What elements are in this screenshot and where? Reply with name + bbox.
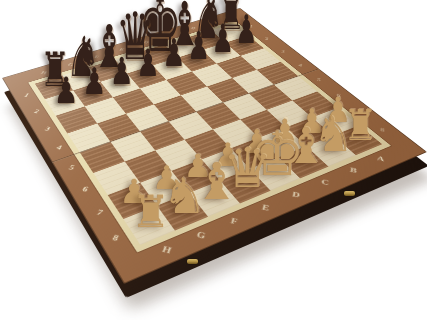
file-label-near-C: C xyxy=(321,179,329,187)
rank-label-right-3: 3 xyxy=(281,49,286,53)
chessboard-photo: 1122334455667788HHGGFFEEDDCCBBAA ♜♞♝♚♛♝♞… xyxy=(0,0,427,320)
rank-label-left-2: 2 xyxy=(33,109,41,115)
rank-label-left-3: 3 xyxy=(43,126,51,132)
rank-label-right-8: 8 xyxy=(380,127,385,133)
file-label-near-E: E xyxy=(261,204,270,213)
piece-black-pawn-g2: ♟ xyxy=(82,63,106,100)
rank-label-left-8: 8 xyxy=(111,234,120,243)
rank-label-right-2: 2 xyxy=(264,37,269,41)
piece-black-pawn-b2: ♟ xyxy=(212,19,235,58)
piece-black-pawn-c2: ♟ xyxy=(187,27,210,66)
piece-black-pawn-d2: ♟ xyxy=(162,36,185,74)
rank-label-left-6: 6 xyxy=(81,186,89,194)
piece-black-pawn-h2: ♟ xyxy=(54,72,79,108)
rank-label-right-4: 4 xyxy=(298,63,303,67)
file-label-near-A: A xyxy=(377,155,385,163)
rank-label-left-1: 1 xyxy=(23,93,31,99)
brass-latch-1 xyxy=(187,259,198,264)
file-label-near-G: G xyxy=(195,231,206,241)
piece-black-pawn-a2: ♟ xyxy=(235,11,257,51)
file-label-near-D: D xyxy=(291,191,300,200)
file-label-near-F: F xyxy=(230,217,239,226)
rank-label-left-4: 4 xyxy=(55,145,63,152)
file-label-near-H: H xyxy=(161,245,172,255)
brass-latch-2 xyxy=(344,191,355,196)
file-label-near-B: B xyxy=(350,167,358,175)
piece-black-pawn-e2: ♟ xyxy=(136,44,160,82)
rank-label-left-5: 5 xyxy=(67,164,75,171)
piece-black-pawn-f2: ♟ xyxy=(110,53,134,90)
rank-label-left-7: 7 xyxy=(95,209,104,218)
rank-label-right-5: 5 xyxy=(317,77,322,82)
piece-white-rook-h8: ♜ xyxy=(131,190,170,234)
